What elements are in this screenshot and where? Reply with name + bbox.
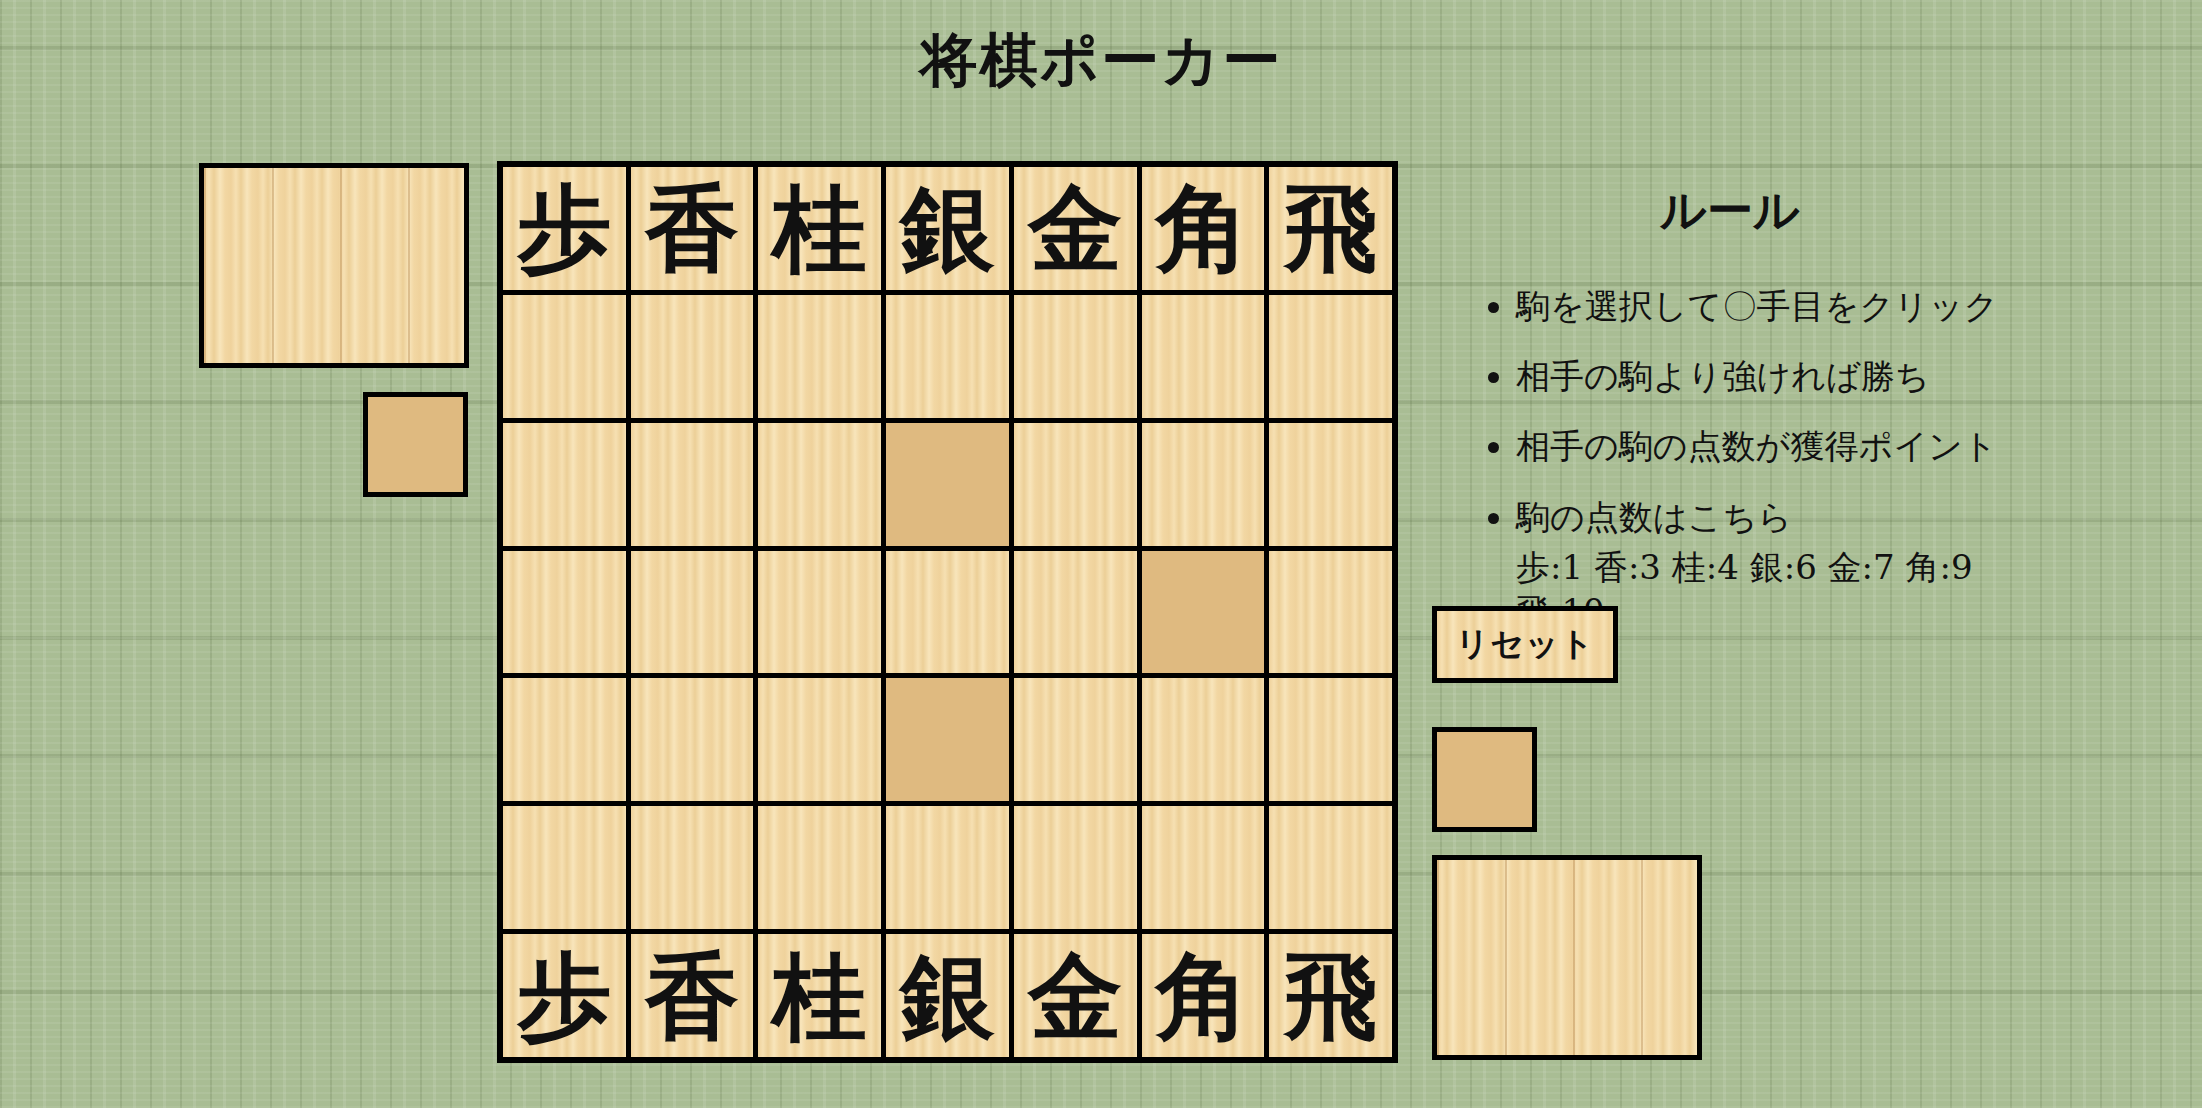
board-cell-r1c1[interactable]: 歩 <box>503 167 626 290</box>
board-cell-r5c1[interactable] <box>503 678 626 801</box>
board-cell-r7c2[interactable]: 香 <box>631 934 754 1057</box>
board-cell-r6c4[interactable] <box>886 806 1009 929</box>
opponent-selected-slot <box>363 392 468 497</box>
board-cell-r3c5[interactable] <box>1014 423 1137 546</box>
board-cell-r1c2[interactable]: 香 <box>631 167 754 290</box>
board-cell-r6c7[interactable] <box>1269 806 1392 929</box>
board-cell-r3c2[interactable] <box>631 423 754 546</box>
board-cell-r5c3[interactable] <box>758 678 881 801</box>
board-cell-r4c2[interactable] <box>631 551 754 674</box>
board-cell-r2c4[interactable] <box>886 295 1009 418</box>
rule-item: 駒を選択して〇手目をクリック <box>1516 284 2020 328</box>
board-cell-r4c5[interactable] <box>1014 551 1137 674</box>
board-cell-r5c2[interactable] <box>631 678 754 801</box>
board-cell-r6c2[interactable] <box>631 806 754 929</box>
shogi-piece-桂: 桂 <box>773 181 867 275</box>
shogi-piece-香: 香 <box>645 181 739 275</box>
board-cell-r5c5[interactable] <box>1014 678 1137 801</box>
shogi-piece-金: 金 <box>1028 949 1122 1043</box>
page-title: 将棋ポーカー <box>0 22 2202 100</box>
board-cell-r2c7[interactable] <box>1269 295 1392 418</box>
board-cell-r6c5[interactable] <box>1014 806 1137 929</box>
board-cell-r2c2[interactable] <box>631 295 754 418</box>
rule-item: 相手の駒の点数が獲得ポイント <box>1516 424 2020 468</box>
board-cell-r7c7[interactable]: 飛 <box>1269 934 1392 1057</box>
opponent-piece-tray <box>199 163 469 368</box>
board-cell-r3c1[interactable] <box>503 423 626 546</box>
board-cell-r4c1[interactable] <box>503 551 626 674</box>
shogi-piece-飛: 飛 <box>1284 181 1378 275</box>
shogi-piece-桂: 桂 <box>773 949 867 1043</box>
board-cell-r2c5[interactable] <box>1014 295 1137 418</box>
rules-panel: ルール 駒を選択して〇手目をクリック相手の駒より強ければ勝ち相手の駒の点数が獲得… <box>1440 180 2020 659</box>
player-selected-slot <box>1432 727 1537 832</box>
board-cell-r5c4[interactable] <box>886 678 1009 801</box>
board-cell-r5c7[interactable] <box>1269 678 1392 801</box>
board-cell-r7c6[interactable]: 角 <box>1142 934 1265 1057</box>
board-cell-r6c1[interactable] <box>503 806 626 929</box>
rule-item: 相手の駒より強ければ勝ち <box>1516 354 2020 398</box>
board-cell-r3c6[interactable] <box>1142 423 1265 546</box>
shogi-piece-香: 香 <box>645 949 739 1043</box>
shogi-piece-銀: 銀 <box>900 181 994 275</box>
board-cell-r1c4[interactable]: 銀 <box>886 167 1009 290</box>
board-cell-r7c4[interactable]: 銀 <box>886 934 1009 1057</box>
rules-list: 駒を選択して〇手目をクリック相手の駒より強ければ勝ち相手の駒の点数が獲得ポイント… <box>1440 284 2020 633</box>
shogi-piece-飛: 飛 <box>1284 949 1378 1043</box>
board-cell-r1c3[interactable]: 桂 <box>758 167 881 290</box>
board-cell-r4c3[interactable] <box>758 551 881 674</box>
board-cell-r1c7[interactable]: 飛 <box>1269 167 1392 290</box>
board-cell-r4c6[interactable] <box>1142 551 1265 674</box>
shogi-piece-角: 角 <box>1156 949 1250 1043</box>
board-cell-r4c4[interactable] <box>886 551 1009 674</box>
reset-button[interactable]: リセット <box>1432 606 1618 683</box>
board-cell-r6c6[interactable] <box>1142 806 1265 929</box>
shogi-piece-歩: 歩 <box>517 949 611 1043</box>
board-cell-r6c3[interactable] <box>758 806 881 929</box>
board-cell-r1c6[interactable]: 角 <box>1142 167 1265 290</box>
shogi-piece-銀: 銀 <box>900 949 994 1043</box>
board-cell-r2c3[interactable] <box>758 295 881 418</box>
board-cell-r3c7[interactable] <box>1269 423 1392 546</box>
shogi-piece-金: 金 <box>1028 181 1122 275</box>
board-cell-r2c6[interactable] <box>1142 295 1265 418</box>
player-piece-tray <box>1432 855 1702 1060</box>
board-cell-r3c4[interactable] <box>886 423 1009 546</box>
tatami-background: 将棋ポーカー 歩香桂銀金角飛歩香桂銀金角飛 ルール 駒を選択して〇手目をクリック… <box>0 0 2202 1108</box>
board-cell-r4c7[interactable] <box>1269 551 1392 674</box>
rules-heading: ルール <box>1440 180 2020 242</box>
shogi-piece-角: 角 <box>1156 181 1250 275</box>
board-cell-r7c3[interactable]: 桂 <box>758 934 881 1057</box>
shogi-piece-歩: 歩 <box>517 181 611 275</box>
board-cell-r7c5[interactable]: 金 <box>1014 934 1137 1057</box>
board-cell-r2c1[interactable] <box>503 295 626 418</box>
board-cell-r7c1[interactable]: 歩 <box>503 934 626 1057</box>
board-cell-r1c5[interactable]: 金 <box>1014 167 1137 290</box>
board-cell-r5c6[interactable] <box>1142 678 1265 801</box>
shogi-board: 歩香桂銀金角飛歩香桂銀金角飛 <box>497 161 1398 1063</box>
board-cell-r3c3[interactable] <box>758 423 881 546</box>
